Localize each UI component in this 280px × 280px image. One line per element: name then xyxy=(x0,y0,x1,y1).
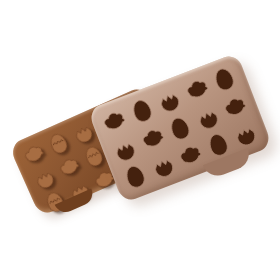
chick-shape-icon xyxy=(146,149,179,183)
cavity-dove xyxy=(174,139,207,173)
product-photo: { "scene": { "photo_type": "product phot… xyxy=(0,0,280,280)
cavity-egg xyxy=(119,160,152,194)
mold-top-side xyxy=(87,53,272,204)
chick-shape-icon xyxy=(229,117,262,151)
cavity-chick xyxy=(146,149,179,183)
dove-shape-icon xyxy=(174,139,207,173)
cavity-grid xyxy=(97,62,262,194)
photo-canvas xyxy=(0,0,280,280)
egg-shape-icon xyxy=(119,160,152,194)
cavity-chick xyxy=(229,117,262,151)
